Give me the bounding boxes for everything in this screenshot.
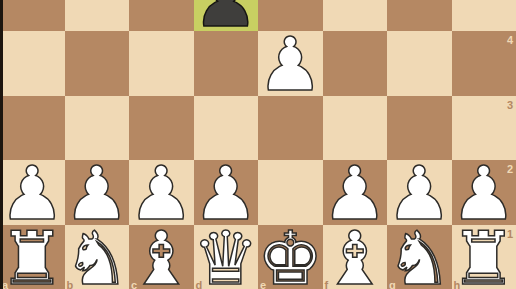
left-edge-strip [0, 0, 3, 289]
square-e1[interactable]: ♚ [258, 225, 323, 289]
white-rook[interactable]: ♜ [0, 221, 65, 289]
black-pawn[interactable]: ♟ [193, 0, 259, 37]
square-f4[interactable] [323, 31, 388, 96]
file-label-c: c [131, 280, 137, 289]
file-label-e: e [260, 280, 266, 289]
rank-label-4: 4 [507, 35, 513, 46]
chess-board: ♜♞♝♛♚♝♞♜♟♟♟♟♟♟♟♟♟♟♟♟♟♟♟♟♜♞♝♛♚♝♞♜12345678… [0, 0, 516, 289]
file-label-f: f [325, 280, 329, 289]
file-label-b: b [67, 280, 74, 289]
rank-label-2: 2 [507, 164, 513, 175]
rank-label-1: 1 [507, 229, 513, 240]
white-bishop[interactable]: ♝ [128, 221, 194, 289]
file-label-h: h [454, 280, 461, 289]
square-a4[interactable] [0, 31, 65, 96]
white-knight[interactable]: ♞ [64, 221, 130, 289]
square-g5[interactable] [387, 0, 452, 31]
white-pawn[interactable]: ♟ [257, 27, 323, 101]
file-label-g: g [389, 280, 396, 289]
file-label-d: d [196, 280, 203, 289]
board-viewport: ♜♞♝♛♚♝♞♜♟♟♟♟♟♟♟♟♟♟♟♟♟♟♟♟♜♞♝♛♚♝♞♜12345678… [0, 0, 516, 289]
rank-label-3: 3 [507, 100, 513, 111]
white-queen[interactable]: ♛ [193, 221, 259, 289]
square-f5[interactable] [323, 0, 388, 31]
square-d5[interactable]: ♟ [194, 0, 259, 31]
square-g1[interactable]: ♞ [387, 225, 452, 289]
white-bishop[interactable]: ♝ [322, 221, 388, 289]
square-g4[interactable] [387, 31, 452, 96]
square-f1[interactable]: ♝ [323, 225, 388, 289]
square-c1[interactable]: ♝ [129, 225, 194, 289]
square-e4[interactable]: ♟ [258, 31, 323, 96]
square-c4[interactable] [129, 31, 194, 96]
square-h5[interactable] [452, 0, 516, 31]
square-b5[interactable] [65, 0, 130, 31]
square-b4[interactable] [65, 31, 130, 96]
square-a5[interactable] [0, 0, 65, 31]
white-king[interactable]: ♚ [257, 221, 323, 289]
square-b1[interactable]: ♞ [65, 225, 130, 289]
square-a1[interactable]: ♜ [0, 225, 65, 289]
square-d1[interactable]: ♛ [194, 225, 259, 289]
square-c5[interactable] [129, 0, 194, 31]
white-knight[interactable]: ♞ [386, 221, 452, 289]
